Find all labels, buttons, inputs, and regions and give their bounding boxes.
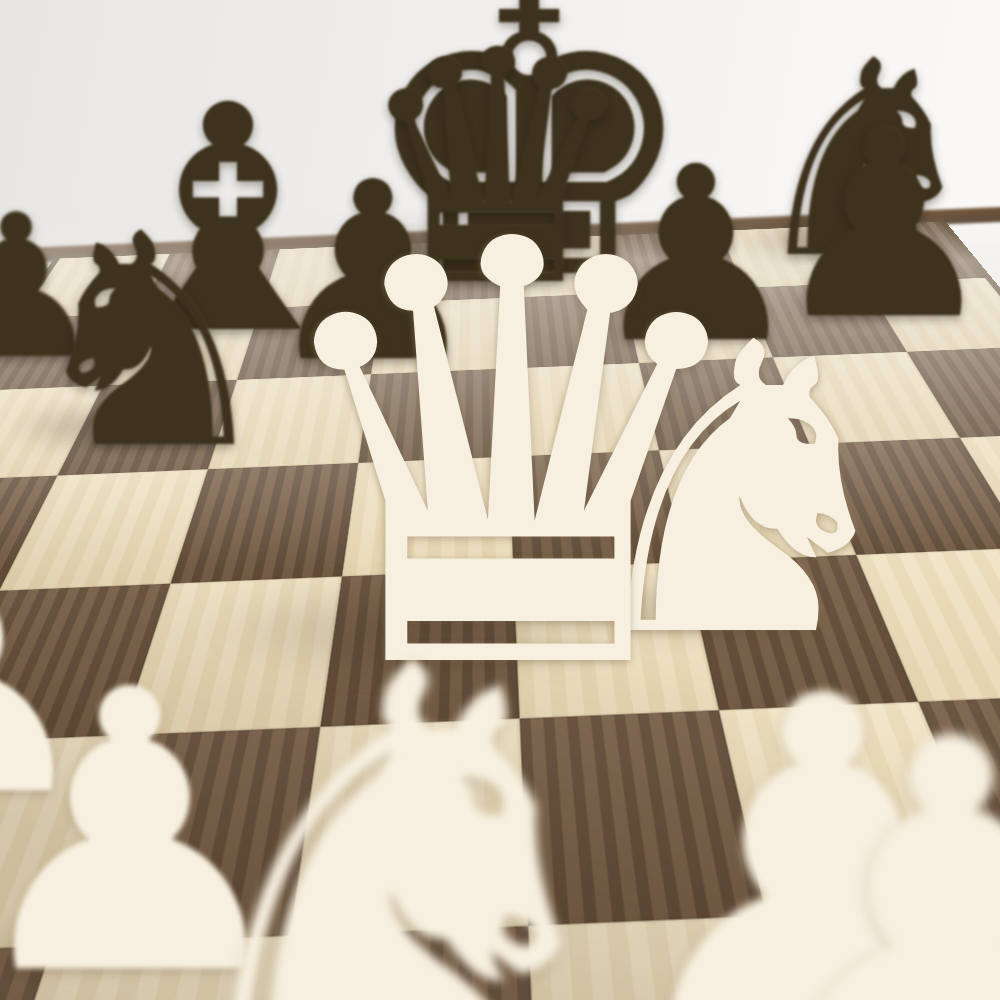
black-knight[interactable]: ♞ [18,195,282,489]
pieces-layer: ♟♝♞♟♛♚♟♞♟♛♞♟♟♞♟♟ [0,0,1000,1000]
chessboard-photo: ♟♝♞♟♛♚♟♞♟♛♞♟♟♞♟♟ [0,0,1000,1000]
white-knight[interactable]: ♞ [129,591,656,1000]
white-pawn[interactable]: ♟ [711,672,1000,1000]
